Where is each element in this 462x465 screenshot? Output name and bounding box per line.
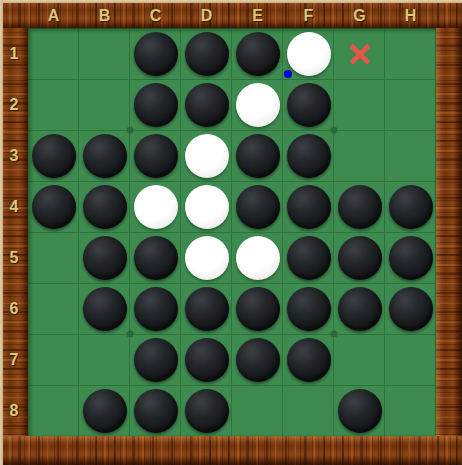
cell-B3[interactable]	[79, 130, 130, 181]
black-disc	[287, 185, 331, 229]
cell-H4[interactable]	[385, 181, 436, 232]
black-disc	[338, 287, 382, 331]
cell-H2[interactable]	[385, 79, 436, 130]
star-dot	[331, 331, 338, 338]
cell-H3[interactable]	[385, 130, 436, 181]
cell-D5[interactable]	[181, 232, 232, 283]
black-disc	[185, 32, 229, 76]
black-disc	[83, 185, 127, 229]
col-label-A: A	[28, 5, 79, 27]
black-disc	[185, 389, 229, 433]
cell-F5[interactable]	[283, 232, 334, 283]
white-disc	[185, 134, 229, 178]
row-label-7: 7	[0, 334, 28, 385]
black-disc	[338, 389, 382, 433]
black-disc	[287, 83, 331, 127]
black-disc	[389, 185, 433, 229]
cell-F4[interactable]	[283, 181, 334, 232]
cell-G3[interactable]	[334, 130, 385, 181]
cell-B4[interactable]	[79, 181, 130, 232]
black-disc	[389, 236, 433, 280]
cell-F8[interactable]	[283, 385, 334, 436]
white-disc	[134, 185, 178, 229]
frame-bottom	[0, 436, 462, 465]
cell-G5[interactable]	[334, 232, 385, 283]
black-disc	[185, 338, 229, 382]
black-disc	[83, 236, 127, 280]
cell-D2[interactable]	[181, 79, 232, 130]
cell-B8[interactable]	[79, 385, 130, 436]
black-disc	[83, 134, 127, 178]
black-disc	[83, 389, 127, 433]
black-disc	[236, 338, 280, 382]
cell-B2[interactable]	[79, 79, 130, 130]
cell-B5[interactable]	[79, 232, 130, 283]
black-disc	[236, 185, 280, 229]
black-disc	[134, 134, 178, 178]
black-disc	[134, 287, 178, 331]
cell-G4[interactable]	[334, 181, 385, 232]
black-disc	[338, 185, 382, 229]
cell-F2[interactable]	[283, 79, 334, 130]
cell-A2[interactable]	[28, 79, 79, 130]
black-disc	[134, 236, 178, 280]
cell-G8[interactable]	[334, 385, 385, 436]
black-disc	[389, 287, 433, 331]
black-disc	[287, 134, 331, 178]
cell-H5[interactable]	[385, 232, 436, 283]
col-label-D: D	[181, 5, 232, 27]
black-disc	[236, 287, 280, 331]
col-label-H: H	[385, 5, 436, 27]
cell-E5[interactable]	[232, 232, 283, 283]
cell-G6[interactable]	[334, 283, 385, 334]
cell-H6[interactable]	[385, 283, 436, 334]
cell-A8[interactable]	[28, 385, 79, 436]
white-disc	[185, 236, 229, 280]
white-disc	[236, 83, 280, 127]
cell-A4[interactable]	[28, 181, 79, 232]
black-disc	[185, 287, 229, 331]
cell-C6[interactable]	[130, 283, 181, 334]
black-disc	[338, 236, 382, 280]
cell-G2[interactable]	[334, 79, 385, 130]
black-disc	[236, 32, 280, 76]
black-disc	[32, 185, 76, 229]
cell-E7[interactable]	[232, 334, 283, 385]
cell-C3[interactable]	[130, 130, 181, 181]
cell-C7[interactable]	[130, 334, 181, 385]
star-dot	[127, 331, 134, 338]
col-label-F: F	[283, 5, 334, 27]
frame-edge-top	[0, 0, 462, 3]
row-label-6: 6	[0, 283, 28, 334]
white-disc	[287, 32, 331, 76]
cell-F7[interactable]	[283, 334, 334, 385]
cell-E4[interactable]	[232, 181, 283, 232]
black-disc	[287, 338, 331, 382]
row-label-4: 4	[0, 181, 28, 232]
cell-A6[interactable]	[28, 283, 79, 334]
cell-A5[interactable]	[28, 232, 79, 283]
black-disc	[287, 287, 331, 331]
white-disc	[185, 185, 229, 229]
black-disc	[134, 32, 178, 76]
cell-F3[interactable]	[283, 130, 334, 181]
cell-C8[interactable]	[130, 385, 181, 436]
cell-C5[interactable]	[130, 232, 181, 283]
cell-B6[interactable]	[79, 283, 130, 334]
row-label-8: 8	[0, 385, 28, 436]
row-label-2: 2	[0, 79, 28, 130]
cell-E6[interactable]	[232, 283, 283, 334]
black-disc	[134, 338, 178, 382]
othello-window: ABCDEFGH12345678	[0, 0, 462, 465]
cell-A7[interactable]	[28, 334, 79, 385]
cell-A3[interactable]	[28, 130, 79, 181]
black-disc	[185, 83, 229, 127]
cell-G1[interactable]	[334, 28, 385, 79]
cell-C4[interactable]	[130, 181, 181, 232]
cell-B7[interactable]	[79, 334, 130, 385]
cell-C2[interactable]	[130, 79, 181, 130]
col-label-C: C	[130, 5, 181, 27]
row-label-5: 5	[0, 232, 28, 283]
row-label-3: 3	[0, 130, 28, 181]
cell-D3[interactable]	[181, 130, 232, 181]
row-label-1: 1	[0, 28, 28, 79]
black-disc	[134, 83, 178, 127]
cell-D6[interactable]	[181, 283, 232, 334]
cell-C1[interactable]	[130, 28, 181, 79]
cell-D8[interactable]	[181, 385, 232, 436]
star-dot	[127, 127, 134, 134]
cell-D7[interactable]	[181, 334, 232, 385]
cell-E3[interactable]	[232, 130, 283, 181]
black-disc	[32, 134, 76, 178]
cell-H8[interactable]	[385, 385, 436, 436]
black-disc	[236, 134, 280, 178]
black-disc	[134, 389, 178, 433]
cell-D1[interactable]	[181, 28, 232, 79]
col-label-B: B	[79, 5, 130, 27]
cell-E2[interactable]	[232, 79, 283, 130]
col-label-G: G	[334, 5, 385, 27]
cell-F6[interactable]	[283, 283, 334, 334]
star-dot	[331, 127, 338, 134]
cell-H7[interactable]	[385, 334, 436, 385]
board	[28, 28, 436, 436]
cell-E8[interactable]	[232, 385, 283, 436]
white-disc	[236, 236, 280, 280]
col-label-E: E	[232, 5, 283, 27]
frame-right	[436, 0, 462, 465]
cell-E1[interactable]	[232, 28, 283, 79]
black-disc	[83, 287, 127, 331]
cell-G7[interactable]	[334, 334, 385, 385]
cell-B1[interactable]	[79, 28, 130, 79]
cell-H1[interactable]	[385, 28, 436, 79]
cell-A1[interactable]	[28, 28, 79, 79]
cell-D4[interactable]	[181, 181, 232, 232]
black-disc	[287, 236, 331, 280]
cell-F1[interactable]	[283, 28, 334, 79]
